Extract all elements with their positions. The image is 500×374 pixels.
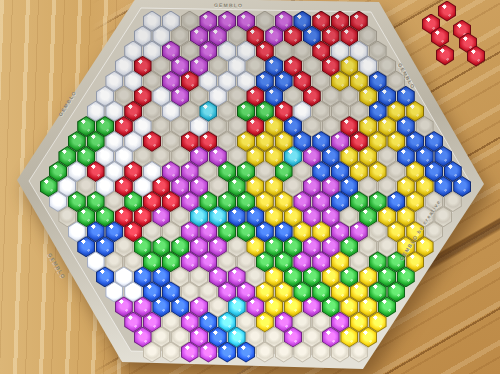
empty-socket	[229, 87, 245, 106]
gem-G	[313, 282, 329, 301]
gem-Y	[266, 177, 282, 196]
empty-socket	[172, 328, 188, 347]
gem-R	[153, 177, 169, 196]
empty-socket	[229, 237, 245, 256]
gem-R	[332, 12, 348, 31]
gem-M	[285, 328, 301, 347]
empty-socket	[116, 237, 132, 256]
gem-G	[285, 267, 301, 286]
gem-G	[69, 132, 85, 151]
gem-G	[97, 207, 113, 226]
gem-M	[191, 177, 207, 196]
gem-G	[229, 177, 245, 196]
gem-B	[163, 282, 179, 301]
empty-socket	[257, 343, 273, 362]
gem-W	[125, 282, 141, 301]
empty-socket	[313, 343, 329, 362]
gem-G	[59, 147, 75, 166]
gem-B	[135, 267, 151, 286]
gem-B	[435, 147, 451, 166]
empty-socket	[351, 102, 367, 121]
empty-socket	[182, 102, 198, 121]
gem-M	[191, 147, 207, 166]
gem-R	[247, 117, 263, 136]
gem-G	[78, 147, 94, 166]
gem-Y	[257, 192, 273, 211]
gem-W	[360, 57, 376, 76]
gem-G	[88, 192, 104, 211]
gem-M	[304, 297, 320, 316]
empty-socket	[238, 252, 254, 271]
gem-W	[125, 42, 141, 61]
gem-Y	[360, 87, 376, 106]
gem-W	[229, 57, 245, 76]
gem-G	[172, 237, 188, 256]
gem-C	[191, 207, 207, 226]
gem-M	[153, 207, 169, 226]
gem-W	[106, 72, 122, 91]
gem-Y	[266, 297, 282, 316]
gem-W	[125, 72, 141, 91]
empty-socket	[379, 237, 395, 256]
gem-B	[88, 222, 104, 241]
gem-B	[172, 297, 188, 316]
gem-Y	[407, 192, 423, 211]
gem-B	[454, 177, 470, 196]
gem-B	[341, 177, 357, 196]
gem-R	[313, 42, 329, 61]
gem-G	[370, 192, 386, 211]
gem-Y	[266, 207, 282, 226]
gem-G	[370, 252, 386, 271]
gem-W	[135, 117, 151, 136]
empty-socket	[210, 117, 226, 136]
gem-Y	[417, 177, 433, 196]
gem-W	[69, 222, 85, 241]
gem-M	[304, 237, 320, 256]
gem-Y	[388, 132, 404, 151]
gem-W	[210, 87, 226, 106]
empty-socket	[172, 117, 188, 136]
gem-M	[200, 42, 216, 61]
gem-M	[200, 343, 216, 362]
gem-Y	[351, 282, 367, 301]
gem-M	[191, 237, 207, 256]
empty-socket	[219, 252, 235, 271]
gem-M	[323, 328, 339, 347]
gem-W	[106, 102, 122, 121]
gem-Y	[398, 177, 414, 196]
empty-socket	[341, 87, 357, 106]
gem-Y	[332, 282, 348, 301]
gem-Y	[388, 102, 404, 121]
gem-G	[276, 252, 292, 271]
gem-M	[323, 237, 339, 256]
gem-B	[153, 267, 169, 286]
empty-socket	[388, 162, 404, 181]
gem-M	[294, 252, 310, 271]
gem-M	[200, 222, 216, 241]
gem-W	[116, 57, 132, 76]
gem-R	[88, 162, 104, 181]
gem-B	[285, 117, 301, 136]
gem-W	[163, 12, 179, 31]
gem-W	[238, 72, 254, 91]
gem-M	[229, 267, 245, 286]
gem-W	[200, 72, 216, 91]
gem-B	[210, 328, 226, 347]
gem-M	[135, 297, 151, 316]
gem-M	[191, 297, 207, 316]
gem-M	[144, 313, 160, 332]
gem-M	[191, 27, 207, 46]
gem-M	[304, 177, 320, 196]
gem-M	[304, 147, 320, 166]
gem-W	[106, 162, 122, 181]
empty-socket	[247, 267, 263, 286]
gem-B	[379, 87, 395, 106]
empty-socket	[294, 343, 310, 362]
gem-Y	[266, 267, 282, 286]
gem-R	[182, 132, 198, 151]
gem-R	[182, 72, 198, 91]
gem-M	[182, 222, 198, 241]
gem-B	[407, 132, 423, 151]
gem-Y	[360, 117, 376, 136]
gem-M	[163, 72, 179, 91]
empty-socket	[182, 42, 198, 61]
empty-socket	[210, 297, 226, 316]
gem-C	[229, 328, 245, 347]
gem-G	[276, 162, 292, 181]
gem-Y	[398, 207, 414, 226]
empty-socket	[332, 343, 348, 362]
empty-socket	[153, 117, 169, 136]
gem-Y	[341, 57, 357, 76]
gem-W	[219, 42, 235, 61]
rim-text-top: GEMBLO	[214, 2, 243, 8]
gem-Y	[313, 222, 329, 241]
empty-socket	[351, 343, 367, 362]
empty-socket	[153, 147, 169, 166]
empty-socket	[323, 117, 339, 136]
gem-M	[163, 42, 179, 61]
gem-G	[219, 222, 235, 241]
gem-C	[210, 207, 226, 226]
gem-B	[294, 12, 310, 31]
gem-W	[50, 192, 66, 211]
gem-G	[266, 237, 282, 256]
gem-B	[417, 147, 433, 166]
gem-W	[116, 267, 132, 286]
empty-socket	[182, 12, 198, 31]
gem-G	[285, 237, 301, 256]
gem-B	[257, 72, 273, 91]
gem-R	[257, 42, 273, 61]
empty-socket	[247, 57, 263, 76]
gem-B	[238, 343, 254, 362]
gem-R	[144, 132, 160, 151]
gem-G	[163, 252, 179, 271]
gem-R	[135, 87, 151, 106]
gem-Y	[379, 207, 395, 226]
empty-socket	[294, 42, 310, 61]
empty-socket	[341, 207, 357, 226]
empty-socket	[172, 147, 188, 166]
empty-socket	[59, 207, 75, 226]
empty-socket	[276, 343, 292, 362]
empty-socket	[78, 177, 94, 196]
gem-M	[332, 313, 348, 332]
gem-M	[200, 252, 216, 271]
gem-R	[125, 102, 141, 121]
gem-R	[200, 132, 216, 151]
gem-W	[153, 87, 169, 106]
gem-G	[238, 192, 254, 211]
gem-G	[257, 252, 273, 271]
gem-W	[59, 177, 75, 196]
gem-Y	[257, 313, 273, 332]
empty-socket	[125, 252, 141, 271]
gem-Y	[266, 117, 282, 136]
empty-socket	[200, 282, 216, 301]
gem-R	[135, 57, 151, 76]
gem-G	[370, 282, 386, 301]
gem-W	[88, 102, 104, 121]
empty-socket	[276, 42, 292, 61]
gem-R	[437, 46, 453, 65]
gem-Y	[332, 252, 348, 271]
empty-socket	[351, 252, 367, 271]
gem-M	[125, 313, 141, 332]
gem-B	[144, 282, 160, 301]
gem-M	[163, 162, 179, 181]
gem-M	[210, 237, 226, 256]
gem-W	[294, 102, 310, 121]
empty-socket	[229, 27, 245, 46]
empty-socket	[172, 207, 188, 226]
gem-M	[323, 207, 339, 226]
gem-G	[153, 237, 169, 256]
gem-B	[323, 147, 339, 166]
gem-G	[379, 297, 395, 316]
gem-Y	[257, 132, 273, 151]
gem-G	[125, 192, 141, 211]
gem-B	[219, 343, 235, 362]
gem-G	[50, 162, 66, 181]
gem-M	[182, 343, 198, 362]
gem-B	[97, 237, 113, 256]
empty-socket	[210, 177, 226, 196]
gem-Y	[370, 313, 386, 332]
gem-W	[135, 27, 151, 46]
gem-W	[106, 282, 122, 301]
gem-B	[276, 222, 292, 241]
empty-socket	[144, 343, 160, 362]
gem-M	[191, 57, 207, 76]
empty-socket	[153, 57, 169, 76]
empty-socket	[370, 42, 386, 61]
empty-socket	[313, 313, 329, 332]
gem-B	[247, 207, 263, 226]
gem-R	[116, 117, 132, 136]
gem-G	[97, 117, 113, 136]
gem-W	[106, 132, 122, 151]
gem-G	[219, 162, 235, 181]
gem-M	[294, 192, 310, 211]
empty-socket	[332, 102, 348, 121]
gem-R	[247, 27, 263, 46]
gem-M	[210, 147, 226, 166]
empty-socket	[106, 192, 122, 211]
empty-socket	[172, 267, 188, 286]
gem-G	[135, 237, 151, 256]
gem-M	[191, 328, 207, 347]
gem-M	[351, 222, 367, 241]
gem-W	[97, 147, 113, 166]
gem-B	[398, 117, 414, 136]
gem-M	[210, 267, 226, 286]
gem-B	[313, 162, 329, 181]
gem-M	[276, 313, 292, 332]
gem-C	[200, 102, 216, 121]
hex-grid	[0, 0, 500, 374]
empty-socket	[135, 147, 151, 166]
gem-B	[332, 192, 348, 211]
gem-M	[247, 297, 263, 316]
gem-C	[219, 313, 235, 332]
empty-socket	[247, 328, 263, 347]
gem-G	[41, 177, 57, 196]
gem-B	[257, 222, 273, 241]
gem-B	[229, 207, 245, 226]
gem-G	[78, 207, 94, 226]
empty-socket	[116, 87, 132, 106]
gem-W	[69, 162, 85, 181]
gem-G	[88, 132, 104, 151]
gem-Y	[285, 207, 301, 226]
empty-socket	[285, 87, 301, 106]
gem-W	[332, 42, 348, 61]
gem-M	[219, 12, 235, 31]
empty-socket	[313, 102, 329, 121]
empty-socket	[417, 117, 433, 136]
gem-Y	[276, 192, 292, 211]
gem-Y	[332, 72, 348, 91]
gem-Y	[407, 252, 423, 271]
gem-M	[172, 57, 188, 76]
gem-M	[238, 12, 254, 31]
gem-Y	[407, 102, 423, 121]
gem-R	[432, 28, 448, 47]
empty-socket	[238, 313, 254, 332]
gem-W	[144, 12, 160, 31]
gem-W	[219, 72, 235, 91]
gem-W	[116, 147, 132, 166]
gem-M	[172, 87, 188, 106]
empty-socket	[191, 267, 207, 286]
empty-socket	[172, 27, 188, 46]
gem-R	[323, 57, 339, 76]
empty-socket	[144, 222, 160, 241]
gem-Y	[370, 132, 386, 151]
empty-socket	[144, 102, 160, 121]
gem-G	[144, 252, 160, 271]
empty-socket	[163, 222, 179, 241]
gem-W	[163, 102, 179, 121]
gem-G	[351, 192, 367, 211]
gem-M	[304, 207, 320, 226]
empty-socket	[313, 72, 329, 91]
gem-W	[144, 162, 160, 181]
gem-C	[229, 297, 245, 316]
gem-Y	[407, 162, 423, 181]
gem-G	[360, 207, 376, 226]
gem-M	[182, 313, 198, 332]
gem-B	[426, 162, 442, 181]
gem-R	[247, 87, 263, 106]
gem-Y	[341, 147, 357, 166]
gem-G	[323, 297, 339, 316]
empty-socket	[445, 192, 461, 211]
gem-M	[182, 162, 198, 181]
gem-R	[116, 207, 132, 226]
empty-socket	[304, 117, 320, 136]
gem-B	[445, 162, 461, 181]
empty-socket	[323, 87, 339, 106]
gem-G	[398, 267, 414, 286]
empty-socket	[379, 57, 395, 76]
gem-R	[341, 117, 357, 136]
empty-socket	[219, 102, 235, 121]
gem-Y	[257, 282, 273, 301]
empty-socket	[426, 222, 442, 241]
empty-socket	[163, 343, 179, 362]
gem-B	[332, 162, 348, 181]
gem-B	[370, 102, 386, 121]
gem-C	[285, 147, 301, 166]
gem-Y	[417, 237, 433, 256]
empty-socket	[370, 222, 386, 241]
gem-R	[285, 27, 301, 46]
gem-R	[135, 207, 151, 226]
gem-R	[341, 27, 357, 46]
gem-Y	[351, 72, 367, 91]
gem-B	[106, 222, 122, 241]
gem-R	[439, 2, 455, 21]
empty-socket	[257, 162, 273, 181]
gem-B	[97, 267, 113, 286]
gem-B	[398, 147, 414, 166]
empty-socket	[163, 132, 179, 151]
empty-socket	[266, 328, 282, 347]
gem-M	[238, 282, 254, 301]
gem-G	[69, 192, 85, 211]
gem-Y	[351, 313, 367, 332]
empty-socket	[379, 147, 395, 166]
gem-Y	[247, 237, 263, 256]
empty-socket	[379, 177, 395, 196]
gem-R	[144, 192, 160, 211]
gem-W	[351, 42, 367, 61]
gem-W	[191, 117, 207, 136]
gem-M	[323, 177, 339, 196]
gem-G	[304, 267, 320, 286]
empty-socket	[229, 147, 245, 166]
gem-G	[238, 162, 254, 181]
gem-Y	[247, 177, 263, 196]
gem-R	[323, 27, 339, 46]
